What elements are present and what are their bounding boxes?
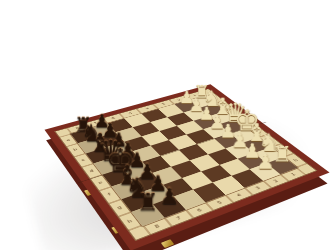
square: ♟ [113, 152, 141, 169]
board-inlay: 87654321 87654321 abcdefgh abcdefgh ♜♟♟♜… [54, 89, 317, 241]
brass-clasp [161, 239, 174, 248]
chess-board: 87654321 87654321 abcdefgh abcdefgh ♜♟♟♜… [45, 84, 330, 250]
square [182, 171, 213, 190]
piece-white-queen: ♛ [223, 100, 242, 126]
product-photo-stage: 87654321 87654321 abcdefgh abcdefgh ♜♟♟♜… [0, 0, 333, 250]
scene-3d: 87654321 87654321 abcdefgh abcdefgh ♜♟♟♜… [0, 0, 333, 250]
